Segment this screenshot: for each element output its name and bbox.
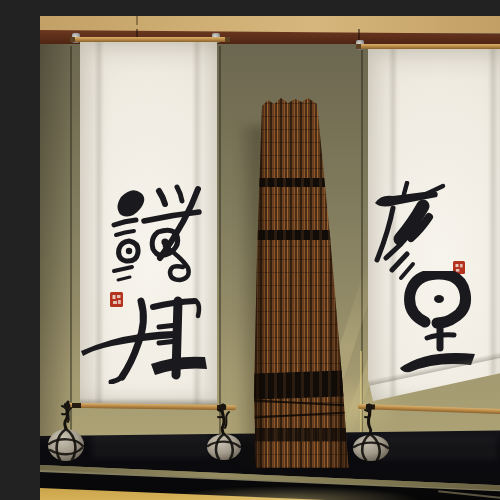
wall-shadow-left [40, 44, 74, 438]
calligraphy-character-ori [108, 184, 204, 286]
wood-ceiling [40, 16, 500, 33]
banner-reflection [92, 434, 210, 458]
right-banner-hikoboshi [368, 49, 500, 404]
fabric-fold [488, 49, 498, 404]
calligraphy-character-hiko [372, 181, 448, 281]
rod-cap [70, 37, 75, 42]
left-banner-orihime [80, 42, 217, 404]
wall-seam [219, 46, 221, 436]
calligraphy-character-hime [80, 296, 212, 384]
wall-seam [70, 46, 72, 436]
stone-weight [349, 401, 395, 465]
right-scroll-top-rod [356, 44, 500, 49]
stone-weight [203, 402, 247, 464]
rod-cap [225, 37, 230, 42]
ceiling-seam [136, 16, 138, 25]
rod-cap [356, 44, 361, 49]
stone-weight [44, 400, 90, 464]
photo-scene: 織姫 Orihime 彦星 Hikoboshi Interior display… [40, 16, 500, 500]
